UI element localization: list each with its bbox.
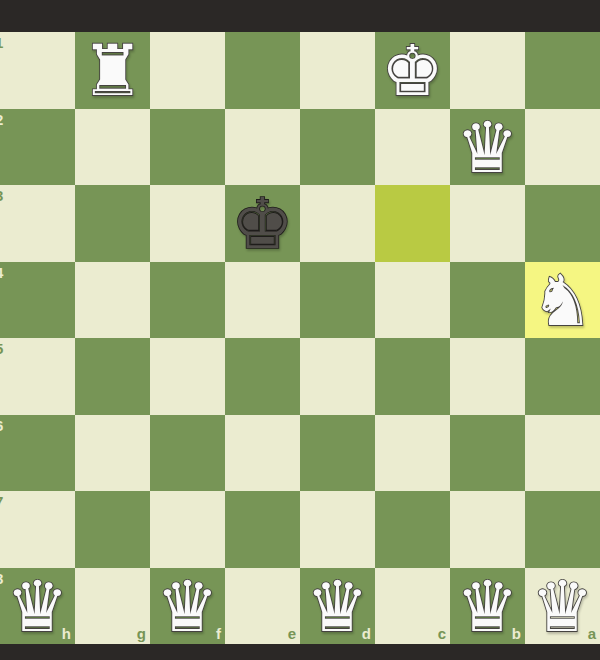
rank-label-2: 2 xyxy=(0,112,3,127)
square-g2[interactable] xyxy=(75,109,150,186)
rank-label-4: 4 xyxy=(0,265,3,280)
rank-label-3: 3 xyxy=(0,188,3,203)
square-e4[interactable] xyxy=(225,262,300,339)
square-g3[interactable] xyxy=(75,185,150,262)
square-c8[interactable]: c xyxy=(375,568,450,645)
rank-label-8: 8 xyxy=(0,571,3,586)
square-b8[interactable]: b♛ xyxy=(450,568,525,645)
square-e1[interactable] xyxy=(225,32,300,109)
square-f3[interactable] xyxy=(150,185,225,262)
square-g7[interactable] xyxy=(75,491,150,568)
square-f6[interactable] xyxy=(150,415,225,492)
square-h2[interactable]: 2 xyxy=(0,109,75,186)
square-a8[interactable]: a♛ xyxy=(525,568,600,645)
square-g8[interactable]: g xyxy=(75,568,150,645)
square-e5[interactable] xyxy=(225,338,300,415)
square-f8[interactable]: f♛ xyxy=(150,568,225,645)
square-c3[interactable] xyxy=(375,185,450,262)
rank-label-6: 6 xyxy=(0,418,3,433)
square-c7[interactable] xyxy=(375,491,450,568)
square-a7[interactable] xyxy=(525,491,600,568)
rank-label-1: 1 xyxy=(0,35,3,50)
white-rook-g1[interactable]: ♜ xyxy=(81,36,144,106)
white-queen-a8[interactable]: ♛ xyxy=(531,572,594,642)
black-king-e3[interactable]: ♚ xyxy=(231,189,294,259)
square-g4[interactable] xyxy=(75,262,150,339)
square-a3[interactable] xyxy=(525,185,600,262)
square-f7[interactable] xyxy=(150,491,225,568)
white-queen-d8[interactable]: ♛ xyxy=(306,572,369,642)
square-h4[interactable]: 4 xyxy=(0,262,75,339)
square-h1[interactable]: 1 xyxy=(0,32,75,109)
square-b5[interactable] xyxy=(450,338,525,415)
rank-label-7: 7 xyxy=(0,494,3,509)
square-e7[interactable] xyxy=(225,491,300,568)
square-h8[interactable]: 8h♛ xyxy=(0,568,75,645)
square-h6[interactable]: 6 xyxy=(0,415,75,492)
rank-label-5: 5 xyxy=(0,341,3,356)
square-d1[interactable] xyxy=(300,32,375,109)
square-b1[interactable] xyxy=(450,32,525,109)
square-f5[interactable] xyxy=(150,338,225,415)
white-knight-a4[interactable]: ♞ xyxy=(531,266,594,336)
file-label-c: c xyxy=(438,626,446,641)
square-e2[interactable] xyxy=(225,109,300,186)
white-queen-h8[interactable]: ♛ xyxy=(6,572,69,642)
square-a4[interactable]: ♞ xyxy=(525,262,600,339)
square-g5[interactable] xyxy=(75,338,150,415)
square-a5[interactable] xyxy=(525,338,600,415)
square-c2[interactable] xyxy=(375,109,450,186)
square-e3[interactable]: ♚ xyxy=(225,185,300,262)
square-c1[interactable]: ♚ xyxy=(375,32,450,109)
square-b4[interactable] xyxy=(450,262,525,339)
white-queen-b2[interactable]: ♛ xyxy=(456,113,519,183)
square-g6[interactable] xyxy=(75,415,150,492)
square-f4[interactable] xyxy=(150,262,225,339)
square-b6[interactable] xyxy=(450,415,525,492)
square-g1[interactable]: ♜ xyxy=(75,32,150,109)
square-d4[interactable] xyxy=(300,262,375,339)
square-f2[interactable] xyxy=(150,109,225,186)
square-d5[interactable] xyxy=(300,338,375,415)
square-h3[interactable]: 3 xyxy=(0,185,75,262)
square-b7[interactable] xyxy=(450,491,525,568)
square-c4[interactable] xyxy=(375,262,450,339)
square-a2[interactable] xyxy=(525,109,600,186)
square-e8[interactable]: e xyxy=(225,568,300,645)
square-d3[interactable] xyxy=(300,185,375,262)
bottom-bar xyxy=(0,644,600,660)
square-b3[interactable] xyxy=(450,185,525,262)
white-queen-f8[interactable]: ♛ xyxy=(156,572,219,642)
white-king-c1[interactable]: ♚ xyxy=(381,36,444,106)
square-c5[interactable] xyxy=(375,338,450,415)
top-bar xyxy=(0,0,600,32)
chess-app: 1♜♚2♛3♚4♞5678h♛gf♛ed♛cb♛a♛ xyxy=(0,0,600,660)
square-d6[interactable] xyxy=(300,415,375,492)
square-d2[interactable] xyxy=(300,109,375,186)
square-h5[interactable]: 5 xyxy=(0,338,75,415)
white-queen-b8[interactable]: ♛ xyxy=(456,572,519,642)
square-d7[interactable] xyxy=(300,491,375,568)
file-label-e: e xyxy=(288,626,296,641)
square-f1[interactable] xyxy=(150,32,225,109)
square-h7[interactable]: 7 xyxy=(0,491,75,568)
square-e6[interactable] xyxy=(225,415,300,492)
square-a1[interactable] xyxy=(525,32,600,109)
square-c6[interactable] xyxy=(375,415,450,492)
square-b2[interactable]: ♛ xyxy=(450,109,525,186)
file-label-g: g xyxy=(137,626,146,641)
square-a6[interactable] xyxy=(525,415,600,492)
square-d8[interactable]: d♛ xyxy=(300,568,375,645)
chess-board: 1♜♚2♛3♚4♞5678h♛gf♛ed♛cb♛a♛ xyxy=(0,32,600,644)
